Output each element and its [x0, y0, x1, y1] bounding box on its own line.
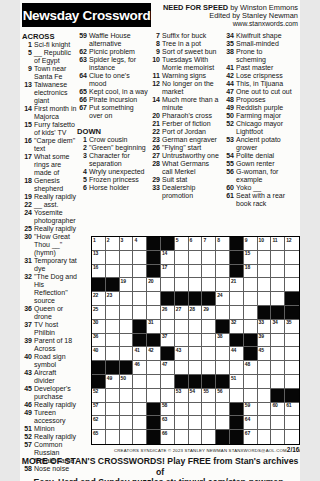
white-cell[interactable] — [175, 320, 189, 334]
white-cell[interactable] — [147, 292, 161, 306]
white-cell[interactable]: 49 — [106, 375, 120, 389]
cell-number: 60 — [272, 403, 277, 408]
white-cell[interactable] — [161, 320, 175, 334]
clue: 24Yosemite photographer — [22, 209, 77, 225]
white-cell[interactable]: 59 — [244, 403, 258, 417]
cell-number: 12 — [286, 238, 291, 243]
clue: 11Warning signs — [150, 72, 221, 80]
white-cell[interactable] — [216, 278, 230, 292]
white-cell[interactable] — [189, 278, 203, 292]
white-cell[interactable]: 44 — [230, 347, 244, 361]
white-cell[interactable] — [189, 361, 203, 375]
white-cell[interactable] — [133, 306, 147, 320]
white-cell[interactable]: 23 — [106, 292, 120, 306]
white-cell[interactable] — [202, 347, 216, 361]
white-cell[interactable]: 2 — [106, 237, 120, 251]
white-cell[interactable]: 40 — [92, 347, 106, 361]
black-cell — [147, 334, 161, 348]
white-cell[interactable]: 4 — [133, 237, 147, 251]
white-cell[interactable] — [285, 416, 299, 430]
white-cell[interactable] — [133, 375, 147, 389]
clue: 65Kept cool, in a way — [77, 88, 148, 96]
white-cell[interactable] — [189, 430, 203, 444]
white-cell[interactable] — [189, 265, 203, 279]
clue-number: 15 — [22, 121, 32, 129]
clue: 26"Flying" start — [150, 144, 221, 152]
cell-number: 39 — [259, 334, 264, 339]
cell-number: 42 — [148, 348, 153, 353]
white-cell[interactable] — [120, 334, 134, 348]
white-cell[interactable] — [175, 416, 189, 430]
white-cell[interactable] — [175, 430, 189, 444]
white-cell[interactable] — [216, 347, 230, 361]
clue: 18Genesis shepherd — [22, 177, 77, 193]
white-cell[interactable] — [175, 251, 189, 265]
white-cell[interactable] — [189, 251, 203, 265]
white-cell[interactable] — [258, 389, 272, 403]
clue-number: 5 — [77, 176, 87, 184]
clue: 33Dealership promotion — [150, 184, 221, 200]
clue-number: 38 — [224, 48, 234, 56]
clue: 9Sort of sweet bun — [150, 48, 221, 56]
white-cell[interactable] — [120, 416, 134, 430]
white-cell[interactable] — [133, 430, 147, 444]
clue: 20Pharaoh's cross — [150, 112, 221, 120]
white-cell[interactable] — [133, 403, 147, 417]
clue-number: 24 — [22, 209, 32, 217]
black-cell — [106, 278, 120, 292]
white-cell[interactable]: 56 — [216, 389, 230, 403]
white-cell[interactable]: 61 — [285, 403, 299, 417]
white-cell[interactable]: 45 — [258, 347, 272, 361]
clue-number: 16 — [22, 137, 32, 145]
white-cell[interactable] — [175, 278, 189, 292]
white-cell[interactable]: 16 — [92, 265, 106, 279]
white-cell[interactable]: 26 — [161, 306, 175, 320]
cell-number: 63 — [162, 417, 167, 422]
masthead-title: Newsday Crossword — [23, 8, 151, 23]
white-cell[interactable]: 35 — [285, 320, 299, 334]
clue: 66Pirate incursion — [77, 96, 148, 104]
clue-number: 14 — [150, 96, 160, 104]
black-cell — [244, 334, 258, 348]
clue: 62Picnic problem — [77, 48, 148, 56]
white-cell[interactable] — [120, 306, 134, 320]
black-cell — [244, 347, 258, 361]
white-cell[interactable] — [258, 251, 272, 265]
clue-number: 44 — [224, 80, 234, 88]
black-cell — [175, 292, 189, 306]
black-cell — [216, 320, 230, 334]
white-cell[interactable] — [230, 361, 244, 375]
white-cell[interactable] — [230, 389, 244, 403]
white-cell[interactable] — [216, 403, 230, 417]
white-cell[interactable] — [120, 389, 134, 403]
white-cell[interactable]: 18 — [244, 265, 258, 279]
masthead: Newsday Crossword — [22, 3, 151, 27]
white-cell[interactable]: 62 — [92, 416, 106, 430]
clue: 21Ferber of fiction — [150, 120, 221, 128]
white-cell[interactable] — [216, 306, 230, 320]
clue-number: 31 — [22, 257, 32, 265]
white-cell[interactable] — [258, 292, 272, 306]
clue-number: 49 — [22, 409, 32, 417]
cell-number: 22 — [93, 293, 98, 298]
clue-number: 50 — [224, 112, 234, 120]
cell-number: 59 — [245, 403, 250, 408]
white-cell[interactable] — [285, 361, 299, 375]
clue: 47One out to cut out — [224, 88, 294, 96]
white-cell[interactable] — [258, 361, 272, 375]
clue-number: 13 — [22, 81, 32, 89]
cell-number: 28 — [190, 307, 195, 312]
clue: 28What Germans call Merkel — [150, 160, 221, 176]
clue-number: 46 — [22, 401, 32, 409]
white-cell[interactable]: 12 — [285, 237, 299, 251]
black-cell — [147, 416, 161, 430]
white-cell[interactable] — [285, 265, 299, 279]
white-cell[interactable]: 67 — [244, 430, 258, 444]
clue-number: 36 — [22, 305, 32, 313]
cell-number: 62 — [93, 417, 98, 422]
white-cell[interactable]: 41 — [133, 347, 147, 361]
clue-number: 39 — [22, 337, 32, 345]
cell-number: 51 — [231, 376, 236, 381]
clue: 10Tuesdays With Morrie memoirist — [150, 56, 221, 72]
white-cell[interactable]: 10 — [258, 237, 272, 251]
white-cell[interactable] — [175, 265, 189, 279]
white-cell[interactable] — [106, 251, 120, 265]
white-cell[interactable]: 22 — [92, 292, 106, 306]
white-cell[interactable] — [258, 375, 272, 389]
white-cell[interactable] — [285, 347, 299, 361]
black-cell — [230, 237, 244, 251]
white-cell[interactable] — [133, 292, 147, 306]
clue: 22__ asst. — [22, 201, 77, 209]
white-cell[interactable] — [106, 347, 120, 361]
white-cell[interactable] — [106, 389, 120, 403]
clue: 4Wryly unexpected — [77, 168, 148, 176]
clue: 13Taiwanese electronics giant — [22, 81, 77, 105]
white-cell[interactable]: 33 — [258, 320, 272, 334]
white-cell[interactable]: 6 — [189, 237, 203, 251]
white-cell[interactable] — [271, 375, 285, 389]
white-cell[interactable]: 50 — [120, 375, 134, 389]
white-cell[interactable] — [133, 416, 147, 430]
white-cell[interactable] — [175, 334, 189, 348]
white-cell[interactable] — [202, 320, 216, 334]
black-cell — [189, 292, 203, 306]
white-cell[interactable] — [216, 416, 230, 430]
cell-number: 29 — [203, 307, 208, 312]
white-cell[interactable] — [244, 278, 258, 292]
white-cell[interactable] — [244, 292, 258, 306]
white-cell[interactable]: 11 — [271, 237, 285, 251]
clue: 6Horse holder — [77, 184, 148, 192]
white-cell[interactable] — [230, 292, 244, 306]
white-cell[interactable]: 54 — [189, 389, 203, 403]
white-cell[interactable]: 3 — [120, 237, 134, 251]
white-cell[interactable] — [161, 375, 175, 389]
clue-number: 62 — [77, 48, 87, 56]
white-cell[interactable]: 39 — [258, 334, 272, 348]
white-cell[interactable] — [189, 347, 203, 361]
white-cell[interactable]: 31 — [147, 320, 161, 334]
white-cell[interactable] — [133, 278, 147, 292]
clue: 30"How Great Thou __" (hymn) — [22, 233, 77, 257]
cell-number: 27 — [176, 307, 181, 312]
clue-column-3: 7Suffix for buck8Tree in a pot9Sort of s… — [150, 32, 221, 200]
white-cell[interactable] — [230, 306, 244, 320]
clue-number: 3 — [77, 152, 87, 160]
clue-number: 21 — [150, 120, 160, 128]
white-cell[interactable]: 51 — [230, 375, 244, 389]
white-cell[interactable] — [258, 430, 272, 444]
white-cell[interactable]: 57 — [92, 403, 106, 417]
white-cell[interactable]: 30 — [92, 320, 106, 334]
white-cell[interactable]: 1 — [92, 237, 106, 251]
white-cell[interactable] — [202, 361, 216, 375]
white-cell[interactable]: 42 — [147, 347, 161, 361]
clue-number: 8 — [150, 40, 160, 48]
white-cell[interactable] — [202, 416, 216, 430]
white-cell[interactable] — [202, 403, 216, 417]
white-cell[interactable] — [133, 265, 147, 279]
white-cell[interactable]: 9 — [244, 237, 258, 251]
white-cell[interactable]: 24 — [216, 292, 230, 306]
white-cell[interactable]: 15 — [244, 251, 258, 265]
clue-number: 66 — [77, 96, 87, 104]
clue: 8Tree in a pot — [150, 40, 221, 48]
white-cell[interactable]: 46 — [133, 361, 147, 375]
clue: 1Sci-fi knight — [22, 41, 77, 49]
clue: 39Parent of 18 Across — [22, 337, 77, 353]
clue: 7Suffix for buck — [150, 32, 221, 40]
white-cell[interactable]: 43 — [175, 347, 189, 361]
white-cell[interactable] — [175, 403, 189, 417]
white-cell[interactable] — [147, 375, 161, 389]
clue-number: 17 — [22, 153, 32, 161]
white-cell[interactable]: 65 — [92, 430, 106, 444]
white-cell[interactable] — [106, 265, 120, 279]
black-cell — [147, 251, 161, 265]
clue-number: 2 — [77, 144, 87, 152]
white-cell[interactable] — [271, 361, 285, 375]
white-cell[interactable] — [202, 278, 216, 292]
white-cell[interactable]: 7 — [202, 237, 216, 251]
white-cell[interactable] — [189, 416, 203, 430]
clue-number: 25 — [22, 225, 32, 233]
cell-number: 11 — [272, 238, 277, 243]
white-cell[interactable]: 5 — [175, 237, 189, 251]
white-cell[interactable] — [106, 334, 120, 348]
white-cell[interactable] — [202, 265, 216, 279]
white-cell[interactable] — [271, 278, 285, 292]
white-cell[interactable]: 60 — [271, 403, 285, 417]
clue: 40Road sign symbol — [22, 353, 77, 369]
white-cell[interactable] — [258, 265, 272, 279]
white-cell[interactable]: 53 — [175, 389, 189, 403]
white-cell[interactable]: 64 — [244, 416, 258, 430]
clue-number: 6 — [77, 184, 87, 192]
cell-number: 44 — [231, 348, 236, 353]
cell-number: 67 — [245, 431, 250, 436]
cell-number: 19 — [121, 279, 126, 284]
cell-number: 9 — [245, 238, 248, 243]
white-cell[interactable] — [202, 334, 216, 348]
clue-number: 28 — [150, 160, 160, 168]
white-cell[interactable] — [147, 389, 161, 403]
white-cell[interactable]: 48 — [244, 361, 258, 375]
clue-number: 33 — [150, 184, 160, 192]
clue-number: 14 — [22, 105, 32, 113]
white-cell[interactable] — [106, 403, 120, 417]
white-cell[interactable]: 63 — [161, 416, 175, 430]
cell-number: 56 — [217, 389, 222, 394]
black-cell — [216, 375, 230, 389]
clue-number: 52 — [224, 120, 234, 128]
clue: 34Kiwifruit shape — [224, 32, 294, 40]
white-cell[interactable]: 20 — [147, 278, 161, 292]
section-header-down: DOWN — [77, 127, 148, 136]
black-cell — [271, 306, 285, 320]
white-cell[interactable]: 37 — [161, 334, 175, 348]
clue: 17What some rings are made of — [22, 153, 77, 177]
white-cell[interactable] — [285, 430, 299, 444]
clue-number: 37 — [22, 321, 32, 329]
editor-line: Edited by Stanley Newman — [163, 12, 298, 20]
white-cell[interactable] — [120, 292, 134, 306]
white-cell[interactable] — [244, 375, 258, 389]
white-cell[interactable] — [133, 251, 147, 265]
white-cell[interactable]: 58 — [161, 403, 175, 417]
white-cell[interactable] — [244, 389, 258, 403]
cell-number: 47 — [162, 362, 167, 367]
white-cell[interactable] — [244, 306, 258, 320]
white-cell[interactable] — [285, 334, 299, 348]
white-cell[interactable]: 55 — [202, 389, 216, 403]
white-cell[interactable] — [147, 361, 161, 375]
cell-number: 23 — [107, 293, 112, 298]
clue: 48Proposes — [224, 96, 294, 104]
clue-column-4: 34Kiwifruit shape35Small-minded38Prone t… — [224, 32, 294, 208]
clue-number: 40 — [22, 353, 32, 361]
clue: 45Developer's purchase — [22, 385, 77, 401]
white-cell[interactable] — [106, 430, 120, 444]
white-cell[interactable]: 17 — [161, 265, 175, 279]
white-cell[interactable]: 38 — [216, 334, 230, 348]
white-cell[interactable]: 32 — [230, 320, 244, 334]
promo-line-1: MORE OF STAN'S CROSSWORDS! Play FREE fro… — [20, 456, 300, 477]
white-cell[interactable] — [244, 320, 258, 334]
white-cell[interactable]: 27 — [175, 306, 189, 320]
white-cell[interactable] — [258, 403, 272, 417]
white-cell[interactable]: 14 — [161, 251, 175, 265]
white-cell[interactable] — [133, 389, 147, 403]
clue: 25Really rapidly — [22, 225, 77, 233]
white-cell[interactable] — [271, 416, 285, 430]
clue-number: 54 — [224, 152, 234, 160]
white-cell[interactable]: 25 — [92, 306, 106, 320]
white-cell[interactable] — [271, 430, 285, 444]
clue-number: 55 — [224, 160, 234, 168]
white-cell[interactable] — [202, 430, 216, 444]
white-cell[interactable] — [189, 334, 203, 348]
white-cell[interactable] — [216, 265, 230, 279]
white-cell[interactable]: 19 — [120, 278, 134, 292]
black-cell — [230, 416, 244, 430]
promo-banner: MORE OF STAN'S CROSSWORDS! Play FREE fro… — [20, 456, 300, 481]
white-cell[interactable] — [161, 389, 175, 403]
white-cell[interactable] — [120, 251, 134, 265]
cell-number: 25 — [93, 307, 98, 312]
white-cell[interactable] — [161, 278, 175, 292]
white-cell[interactable] — [258, 278, 272, 292]
white-cell[interactable] — [120, 347, 134, 361]
white-cell[interactable]: 36 — [92, 334, 106, 348]
white-cell[interactable] — [285, 375, 299, 389]
white-cell[interactable] — [120, 403, 134, 417]
white-cell[interactable] — [271, 265, 285, 279]
white-cell[interactable] — [189, 403, 203, 417]
clue: 43Aircraft divider — [22, 369, 77, 385]
clue: 42Lose crispness — [224, 72, 294, 80]
white-cell[interactable]: 47 — [161, 361, 175, 375]
white-cell[interactable] — [106, 320, 120, 334]
white-cell[interactable] — [147, 306, 161, 320]
clue-number: 49 — [224, 104, 234, 112]
white-cell[interactable]: 21 — [230, 278, 244, 292]
white-cell[interactable] — [189, 320, 203, 334]
white-cell[interactable] — [175, 361, 189, 375]
cell-number: 38 — [217, 334, 222, 339]
clue: 14First month in Majorca — [22, 105, 77, 121]
clue-number: 64 — [77, 72, 87, 80]
white-cell[interactable]: 28 — [189, 306, 203, 320]
clue: 41Past master — [224, 64, 294, 72]
white-cell[interactable] — [271, 347, 285, 361]
white-cell[interactable] — [120, 320, 134, 334]
cell-number: 64 — [245, 417, 250, 422]
cell-number: 40 — [93, 348, 98, 353]
white-cell[interactable]: 66 — [161, 430, 175, 444]
cell-number: 2 — [107, 238, 110, 243]
white-cell[interactable]: 34 — [271, 320, 285, 334]
white-cell[interactable] — [271, 251, 285, 265]
white-cell[interactable]: 29 — [202, 306, 216, 320]
white-cell[interactable]: 13 — [92, 251, 106, 265]
clue-number: 1 — [22, 41, 32, 49]
section-header-across: ACROSS — [22, 32, 77, 41]
white-cell[interactable] — [202, 251, 216, 265]
white-cell[interactable] — [216, 361, 230, 375]
white-cell[interactable] — [258, 416, 272, 430]
cell-number: 35 — [286, 320, 291, 325]
white-cell[interactable] — [106, 306, 120, 320]
white-cell[interactable]: 52 — [92, 389, 106, 403]
white-cell[interactable] — [216, 251, 230, 265]
white-cell[interactable] — [271, 334, 285, 348]
black-cell — [189, 375, 203, 389]
white-cell[interactable]: 8 — [216, 237, 230, 251]
cell-number: 45 — [259, 348, 264, 353]
white-cell[interactable] — [106, 416, 120, 430]
white-cell[interactable] — [285, 278, 299, 292]
white-cell[interactable] — [120, 265, 134, 279]
white-cell[interactable] — [271, 292, 285, 306]
white-cell[interactable] — [285, 251, 299, 265]
white-cell[interactable] — [120, 430, 134, 444]
